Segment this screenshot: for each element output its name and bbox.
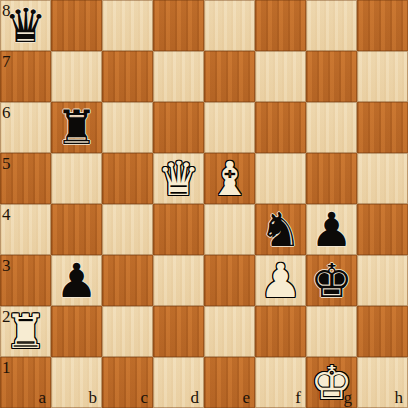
square-h6[interactable]: [357, 102, 408, 153]
piece-white-bishop[interactable]: ♝: [208, 153, 250, 204]
rank-label-4: 4: [2, 206, 11, 223]
square-b1[interactable]: b: [51, 357, 102, 408]
square-f1[interactable]: f: [255, 357, 306, 408]
square-e4[interactable]: [204, 204, 255, 255]
square-d3[interactable]: [153, 255, 204, 306]
square-d5[interactable]: ♛: [153, 153, 204, 204]
square-b3[interactable]: ♟: [51, 255, 102, 306]
square-a3[interactable]: 3: [0, 255, 51, 306]
piece-black-rook[interactable]: ♜: [55, 102, 97, 153]
square-a2[interactable]: 2♜: [0, 306, 51, 357]
square-c2[interactable]: [102, 306, 153, 357]
square-g5[interactable]: [306, 153, 357, 204]
rank-label-6: 6: [2, 104, 11, 121]
square-g4[interactable]: ♟: [306, 204, 357, 255]
chessboard-wrap: 8♛76♜5♛♝4♞♟3♟♟♚2♜1abcdefg♚h: [0, 0, 408, 408]
square-d7[interactable]: [153, 51, 204, 102]
piece-white-rook[interactable]: ♜: [4, 306, 46, 357]
rank-label-1: 1: [2, 359, 11, 376]
piece-black-king[interactable]: ♚: [310, 255, 352, 306]
square-e3[interactable]: [204, 255, 255, 306]
square-f5[interactable]: [255, 153, 306, 204]
square-a5[interactable]: 5: [0, 153, 51, 204]
square-h5[interactable]: [357, 153, 408, 204]
square-e6[interactable]: [204, 102, 255, 153]
square-c7[interactable]: [102, 51, 153, 102]
square-g6[interactable]: [306, 102, 357, 153]
square-c1[interactable]: c: [102, 357, 153, 408]
square-g7[interactable]: [306, 51, 357, 102]
file-label-f: f: [295, 389, 301, 406]
square-e2[interactable]: [204, 306, 255, 357]
square-g1[interactable]: g♚: [306, 357, 357, 408]
square-d1[interactable]: d: [153, 357, 204, 408]
piece-white-queen[interactable]: ♛: [157, 153, 199, 204]
square-c5[interactable]: [102, 153, 153, 204]
file-label-d: d: [191, 389, 200, 406]
square-e7[interactable]: [204, 51, 255, 102]
square-e1[interactable]: e: [204, 357, 255, 408]
square-f2[interactable]: [255, 306, 306, 357]
square-f4[interactable]: ♞: [255, 204, 306, 255]
square-d4[interactable]: [153, 204, 204, 255]
square-e5[interactable]: ♝: [204, 153, 255, 204]
square-h3[interactable]: [357, 255, 408, 306]
square-h1[interactable]: h: [357, 357, 408, 408]
square-f6[interactable]: [255, 102, 306, 153]
square-b2[interactable]: [51, 306, 102, 357]
file-label-a: a: [38, 389, 46, 406]
square-d2[interactable]: [153, 306, 204, 357]
square-c3[interactable]: [102, 255, 153, 306]
file-label-c: c: [140, 389, 148, 406]
square-b5[interactable]: [51, 153, 102, 204]
square-d6[interactable]: [153, 102, 204, 153]
square-g8[interactable]: [306, 0, 357, 51]
square-b8[interactable]: [51, 0, 102, 51]
square-b4[interactable]: [51, 204, 102, 255]
piece-black-queen[interactable]: ♛: [4, 0, 46, 51]
square-g3[interactable]: ♚: [306, 255, 357, 306]
square-f8[interactable]: [255, 0, 306, 51]
file-label-h: h: [395, 389, 404, 406]
square-g2[interactable]: [306, 306, 357, 357]
square-a7[interactable]: 7: [0, 51, 51, 102]
rank-label-3: 3: [2, 257, 11, 274]
square-a4[interactable]: 4: [0, 204, 51, 255]
square-f3[interactable]: ♟: [255, 255, 306, 306]
piece-white-king[interactable]: ♚: [310, 357, 352, 408]
square-b6[interactable]: ♜: [51, 102, 102, 153]
square-c8[interactable]: [102, 0, 153, 51]
file-label-e: e: [242, 389, 250, 406]
square-e8[interactable]: [204, 0, 255, 51]
square-a6[interactable]: 6: [0, 102, 51, 153]
chessboard: 8♛76♜5♛♝4♞♟3♟♟♚2♜1abcdefg♚h: [0, 0, 408, 408]
piece-white-pawn[interactable]: ♟: [259, 255, 301, 306]
piece-black-knight[interactable]: ♞: [259, 204, 301, 255]
square-a8[interactable]: 8♛: [0, 0, 51, 51]
square-h4[interactable]: [357, 204, 408, 255]
square-c6[interactable]: [102, 102, 153, 153]
square-h8[interactable]: [357, 0, 408, 51]
square-c4[interactable]: [102, 204, 153, 255]
square-h2[interactable]: [357, 306, 408, 357]
square-f7[interactable]: [255, 51, 306, 102]
piece-black-pawn[interactable]: ♟: [55, 255, 97, 306]
square-h7[interactable]: [357, 51, 408, 102]
square-b7[interactable]: [51, 51, 102, 102]
rank-label-5: 5: [2, 155, 11, 172]
square-a1[interactable]: 1a: [0, 357, 51, 408]
piece-black-pawn[interactable]: ♟: [310, 204, 352, 255]
file-label-b: b: [89, 389, 98, 406]
square-d8[interactable]: [153, 0, 204, 51]
rank-label-7: 7: [2, 53, 11, 70]
